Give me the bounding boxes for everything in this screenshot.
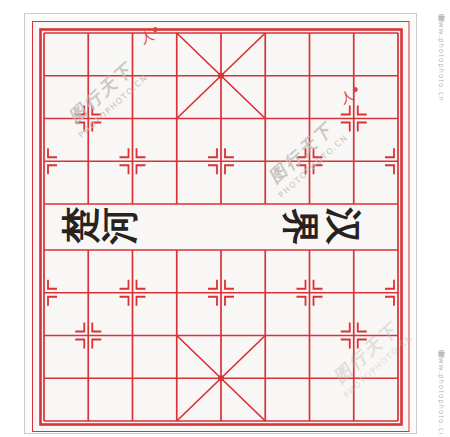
point-e3[interactable] [199, 313, 243, 356]
point-b6[interactable] [66, 184, 110, 227]
point-a6[interactable] [22, 184, 66, 227]
point-f1[interactable] [243, 399, 287, 437]
point-c2[interactable] [110, 356, 154, 399]
point-f7[interactable] [243, 141, 287, 184]
xiangqi-board-page: 楚 河 界 汉 图行天下 人 PHOTOPHOTO.CN 图行天下 人 PHOT… [0, 0, 450, 437]
point-i5[interactable] [376, 227, 420, 270]
point-a7[interactable] [22, 141, 66, 184]
point-f2[interactable] [243, 356, 287, 399]
point-a4[interactable] [22, 270, 66, 313]
point-h6[interactable] [332, 184, 376, 227]
point-g9[interactable] [287, 55, 331, 98]
point-h8[interactable] [332, 98, 376, 141]
board-points-grid[interactable] [22, 12, 420, 437]
point-g8[interactable] [287, 98, 331, 141]
point-d10[interactable] [155, 12, 199, 55]
point-e6[interactable] [199, 184, 243, 227]
point-c10[interactable] [110, 12, 154, 55]
point-c5[interactable] [110, 227, 154, 270]
point-b5[interactable] [66, 227, 110, 270]
point-b10[interactable] [66, 12, 110, 55]
point-i9[interactable] [376, 55, 420, 98]
side-watermark-bottom: 图行天下 www.photophoto.cn [436, 344, 446, 434]
point-c1[interactable] [110, 399, 154, 437]
point-a8[interactable] [22, 98, 66, 141]
point-a3[interactable] [22, 313, 66, 356]
point-h3[interactable] [332, 313, 376, 356]
point-e10[interactable] [199, 12, 243, 55]
point-e4[interactable] [199, 270, 243, 313]
point-i7[interactable] [376, 141, 420, 184]
point-c8[interactable] [110, 98, 154, 141]
point-h4[interactable] [332, 270, 376, 313]
point-f5[interactable] [243, 227, 287, 270]
point-g4[interactable] [287, 270, 331, 313]
point-c3[interactable] [110, 313, 154, 356]
point-g1[interactable] [287, 399, 331, 437]
point-b1[interactable] [66, 399, 110, 437]
point-d9[interactable] [155, 55, 199, 98]
point-i2[interactable] [376, 356, 420, 399]
point-i3[interactable] [376, 313, 420, 356]
point-d2[interactable] [155, 356, 199, 399]
point-c7[interactable] [110, 141, 154, 184]
point-d7[interactable] [155, 141, 199, 184]
point-c6[interactable] [110, 184, 154, 227]
point-f4[interactable] [243, 270, 287, 313]
point-i1[interactable] [376, 399, 420, 437]
point-g10[interactable] [287, 12, 331, 55]
point-f8[interactable] [243, 98, 287, 141]
point-a2[interactable] [22, 356, 66, 399]
point-f9[interactable] [243, 55, 287, 98]
point-d4[interactable] [155, 270, 199, 313]
point-b2[interactable] [66, 356, 110, 399]
point-b4[interactable] [66, 270, 110, 313]
point-c4[interactable] [110, 270, 154, 313]
point-e9[interactable] [199, 55, 243, 98]
point-d1[interactable] [155, 399, 199, 437]
point-e7[interactable] [199, 141, 243, 184]
point-h10[interactable] [332, 12, 376, 55]
point-h7[interactable] [332, 141, 376, 184]
point-b3[interactable] [66, 313, 110, 356]
point-f3[interactable] [243, 313, 287, 356]
point-a10[interactable] [22, 12, 66, 55]
point-d6[interactable] [155, 184, 199, 227]
point-e2[interactable] [199, 356, 243, 399]
point-i8[interactable] [376, 98, 420, 141]
point-g6[interactable] [287, 184, 331, 227]
point-d3[interactable] [155, 313, 199, 356]
point-f10[interactable] [243, 12, 287, 55]
point-a9[interactable] [22, 55, 66, 98]
point-h9[interactable] [332, 55, 376, 98]
point-g2[interactable] [287, 356, 331, 399]
point-a5[interactable] [22, 227, 66, 270]
point-e1[interactable] [199, 399, 243, 437]
point-h5[interactable] [332, 227, 376, 270]
point-h2[interactable] [332, 356, 376, 399]
point-g7[interactable] [287, 141, 331, 184]
point-d5[interactable] [155, 227, 199, 270]
point-g3[interactable] [287, 313, 331, 356]
point-a1[interactable] [22, 399, 66, 437]
point-e8[interactable] [199, 98, 243, 141]
point-b7[interactable] [66, 141, 110, 184]
point-g5[interactable] [287, 227, 331, 270]
point-i10[interactable] [376, 12, 420, 55]
side-watermark-top: 图行天下 www.photophoto.cn [436, 8, 446, 158]
point-i4[interactable] [376, 270, 420, 313]
point-i6[interactable] [376, 184, 420, 227]
point-b8[interactable] [66, 98, 110, 141]
point-b9[interactable] [66, 55, 110, 98]
point-h1[interactable] [332, 399, 376, 437]
point-f6[interactable] [243, 184, 287, 227]
point-d8[interactable] [155, 98, 199, 141]
point-c9[interactable] [110, 55, 154, 98]
point-e5[interactable] [199, 227, 243, 270]
